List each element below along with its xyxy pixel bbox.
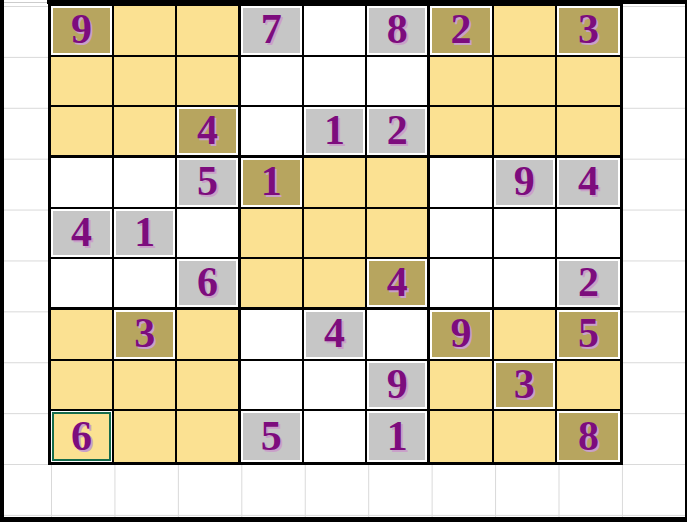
highlight-block-yellow xyxy=(304,209,365,258)
frame-notch-gridline xyxy=(4,2,47,3)
cell-r3c4[interactable] xyxy=(241,107,304,158)
cell-r2c6[interactable] xyxy=(367,57,430,108)
empty-block xyxy=(114,259,175,307)
digit: 1 xyxy=(134,211,155,253)
cell-r9c3[interactable] xyxy=(177,411,240,462)
given-block-gray: 2 xyxy=(369,109,425,153)
digit: 6 xyxy=(71,415,92,457)
given-block-olive: 4 xyxy=(369,261,425,305)
empty-block xyxy=(430,158,491,207)
cell-r1c6[interactable]: 8 xyxy=(367,6,430,57)
highlight-block-yellow xyxy=(51,107,112,155)
given-block-gray: 8 xyxy=(369,8,425,53)
cell-r8c5[interactable] xyxy=(304,361,367,412)
spreadsheet-canvas: 978234125194416423495936518 xyxy=(0,0,687,522)
cell-r2c3[interactable] xyxy=(177,57,240,108)
highlight-block-yellow xyxy=(177,411,237,462)
highlight-block-yellow xyxy=(557,361,620,410)
highlight-block-yellow xyxy=(557,57,620,106)
cell-r4c5[interactable] xyxy=(304,158,367,209)
empty-block xyxy=(367,57,427,106)
cell-r6c1[interactable] xyxy=(51,259,114,310)
digit: 1 xyxy=(324,109,345,151)
cell-r8c6[interactable]: 9 xyxy=(367,361,430,412)
digit: 4 xyxy=(387,261,408,303)
highlight-block-yellow xyxy=(304,158,365,207)
cell-r3c9[interactable] xyxy=(557,107,620,158)
cell-r3c3[interactable]: 4 xyxy=(177,107,240,158)
highlight-block-yellow xyxy=(430,107,491,155)
highlight-block-yellow xyxy=(177,57,237,106)
highlight-block-yellow xyxy=(430,361,491,410)
cell-r7c8[interactable] xyxy=(494,310,557,361)
cell-r5c1[interactable]: 4 xyxy=(51,209,114,260)
empty-block xyxy=(177,209,237,258)
cell-r6c2[interactable] xyxy=(114,259,177,310)
cell-r6c9[interactable]: 2 xyxy=(557,259,620,310)
empty-block xyxy=(304,57,365,106)
cell-r8c9[interactable] xyxy=(557,361,620,412)
given-block-olive: 9 xyxy=(432,312,489,357)
empty-block xyxy=(367,310,427,359)
cell-r2c9[interactable] xyxy=(557,57,620,108)
cell-r7c9[interactable]: 5 xyxy=(557,310,620,361)
selected-cell-block: 6 xyxy=(52,412,111,461)
cell-r1c1[interactable]: 9 xyxy=(51,6,114,57)
digit: 5 xyxy=(578,312,599,354)
highlight-block-yellow xyxy=(494,310,555,359)
cell-r5c6[interactable] xyxy=(367,209,430,260)
digit: 2 xyxy=(450,8,471,50)
given-block-gray: 7 xyxy=(243,8,300,53)
digit: 8 xyxy=(578,415,599,457)
highlight-block-yellow xyxy=(177,310,237,359)
cell-r1c4[interactable]: 7 xyxy=(241,6,304,57)
highlight-block-yellow xyxy=(494,411,555,462)
given-block-olive: 9 xyxy=(53,8,110,53)
highlight-block-yellow xyxy=(430,411,491,462)
cell-r2c5[interactable] xyxy=(304,57,367,108)
empty-block xyxy=(430,209,491,258)
cell-r1c3[interactable] xyxy=(177,6,240,57)
highlight-block-yellow xyxy=(114,411,175,462)
empty-block xyxy=(304,411,365,462)
cell-r4c2[interactable] xyxy=(114,158,177,209)
cell-r9c5[interactable] xyxy=(304,411,367,462)
cell-r5c7[interactable] xyxy=(430,209,493,260)
empty-block xyxy=(430,259,491,307)
cell-r3c5[interactable]: 1 xyxy=(304,107,367,158)
cell-r6c8[interactable] xyxy=(494,259,557,310)
digit: 9 xyxy=(450,312,471,354)
cell-r4c9[interactable]: 4 xyxy=(557,158,620,209)
cell-r5c3[interactable] xyxy=(177,209,240,260)
cell-r3c6[interactable]: 2 xyxy=(367,107,430,158)
frame-bottom-border xyxy=(0,517,687,522)
cell-r5c4[interactable] xyxy=(241,209,304,260)
highlight-block-yellow xyxy=(177,6,237,55)
highlight-block-yellow xyxy=(114,6,175,55)
cell-r8c8[interactable]: 3 xyxy=(494,361,557,412)
given-block-gray: 6 xyxy=(179,261,235,305)
cell-r7c5[interactable]: 4 xyxy=(304,310,367,361)
digit: 4 xyxy=(197,109,218,151)
cell-r6c7[interactable] xyxy=(430,259,493,310)
empty-block xyxy=(494,209,555,258)
given-block-gray: 4 xyxy=(53,211,110,256)
digit: 1 xyxy=(387,415,408,457)
empty-block xyxy=(241,107,302,155)
given-block-gray: 5 xyxy=(179,160,235,205)
cell-r8c4[interactable] xyxy=(241,361,304,412)
empty-block xyxy=(304,361,365,410)
empty-block xyxy=(241,310,302,359)
digit: 5 xyxy=(197,160,218,202)
cell-r4c8[interactable]: 9 xyxy=(494,158,557,209)
given-block-olive: 3 xyxy=(116,312,173,357)
cell-r7c3[interactable] xyxy=(177,310,240,361)
given-block-olive: 4 xyxy=(179,109,235,153)
digit: 8 xyxy=(387,8,408,50)
cell-r9c8[interactable] xyxy=(494,411,557,462)
empty-block xyxy=(51,259,112,307)
given-block-gray: 5 xyxy=(243,413,300,460)
empty-block xyxy=(241,57,302,106)
highlight-block-yellow xyxy=(114,361,175,410)
given-block-olive: 5 xyxy=(559,312,618,357)
highlight-block-yellow xyxy=(494,6,555,55)
digit: 9 xyxy=(514,160,535,202)
digit: 3 xyxy=(514,363,535,405)
cell-r6c6[interactable]: 4 xyxy=(367,259,430,310)
digit: 6 xyxy=(197,261,218,303)
cell-r2c8[interactable] xyxy=(494,57,557,108)
given-block-gray: 9 xyxy=(369,363,425,408)
highlight-block-yellow xyxy=(51,361,112,410)
given-block-olive: 3 xyxy=(559,8,618,53)
cell-r2c4[interactable] xyxy=(241,57,304,108)
frame-left-border xyxy=(0,0,4,522)
cell-r5c2[interactable]: 1 xyxy=(114,209,177,260)
given-block-gray: 2 xyxy=(559,261,618,305)
given-block-olive: 8 xyxy=(559,413,618,460)
given-block-gray: 4 xyxy=(559,160,618,205)
cell-r1c5[interactable] xyxy=(304,6,367,57)
cell-r1c8[interactable] xyxy=(494,6,557,57)
cell-r6c4[interactable] xyxy=(241,259,304,310)
digit: 4 xyxy=(71,211,92,253)
highlight-block-yellow xyxy=(241,209,302,258)
cell-r4c1[interactable] xyxy=(51,158,114,209)
cell-r8c3[interactable] xyxy=(177,361,240,412)
cell-r6c5[interactable] xyxy=(304,259,367,310)
cell-r4c4[interactable]: 1 xyxy=(241,158,304,209)
cell-r1c7[interactable]: 2 xyxy=(430,6,493,57)
highlight-block-yellow xyxy=(51,310,112,359)
highlight-block-yellow xyxy=(114,57,175,106)
cell-r8c7[interactable] xyxy=(430,361,493,412)
cell-r9c1[interactable]: 6 xyxy=(51,411,114,462)
cell-r9c6[interactable]: 1 xyxy=(367,411,430,462)
cell-r8c2[interactable] xyxy=(114,361,177,412)
highlight-block-yellow xyxy=(494,107,555,155)
cell-r3c2[interactable] xyxy=(114,107,177,158)
highlight-block-yellow xyxy=(241,259,302,307)
cell-r7c2[interactable]: 3 xyxy=(114,310,177,361)
digit: 9 xyxy=(387,363,408,405)
cell-r6c3[interactable]: 6 xyxy=(177,259,240,310)
cell-r5c5[interactable] xyxy=(304,209,367,260)
digit: 2 xyxy=(387,109,408,151)
cell-r1c2[interactable] xyxy=(114,6,177,57)
cell-r4c7[interactable] xyxy=(430,158,493,209)
cell-r1c9[interactable]: 3 xyxy=(557,6,620,57)
given-block-gray: 1 xyxy=(306,109,363,153)
given-block-olive: 2 xyxy=(432,8,489,53)
cell-r2c1[interactable] xyxy=(51,57,114,108)
cell-r7c1[interactable] xyxy=(51,310,114,361)
empty-block xyxy=(114,158,175,207)
digit: 7 xyxy=(261,8,282,50)
digit: 3 xyxy=(134,312,155,354)
highlight-block-yellow xyxy=(367,158,427,207)
cell-r7c4[interactable] xyxy=(241,310,304,361)
digit: 4 xyxy=(578,160,599,202)
cell-r4c6[interactable] xyxy=(367,158,430,209)
empty-block xyxy=(241,361,302,410)
given-block-gray: 9 xyxy=(496,160,553,205)
given-block-gray: 1 xyxy=(369,413,425,460)
digit: 2 xyxy=(578,261,599,303)
cell-r2c7[interactable] xyxy=(430,57,493,108)
empty-block xyxy=(51,158,112,207)
highlight-block-yellow xyxy=(430,57,491,106)
cell-r2c2[interactable] xyxy=(114,57,177,108)
cell-r3c8[interactable] xyxy=(494,107,557,158)
cell-r9c9[interactable]: 8 xyxy=(557,411,620,462)
cell-r5c9[interactable] xyxy=(557,209,620,260)
highlight-block-yellow xyxy=(304,259,365,307)
cell-r9c4[interactable]: 5 xyxy=(241,411,304,462)
highlight-block-yellow xyxy=(51,57,112,106)
digit: 4 xyxy=(324,312,345,354)
given-block-gray: 4 xyxy=(306,312,363,357)
digit: 3 xyxy=(578,8,599,50)
cell-r7c7[interactable]: 9 xyxy=(430,310,493,361)
digit: 5 xyxy=(261,415,282,457)
cell-r7c6[interactable] xyxy=(367,310,430,361)
empty-block xyxy=(494,259,555,307)
cell-r9c7[interactable] xyxy=(430,411,493,462)
highlight-block-yellow xyxy=(367,209,427,258)
sudoku-board: 978234125194416423495936518 xyxy=(48,3,623,465)
highlight-block-yellow xyxy=(557,107,620,155)
cell-r5c8[interactable] xyxy=(494,209,557,260)
cell-r9c2[interactable] xyxy=(114,411,177,462)
cell-r3c7[interactable] xyxy=(430,107,493,158)
given-block-olive: 1 xyxy=(243,160,300,205)
empty-block xyxy=(557,209,620,258)
cell-r4c3[interactable]: 5 xyxy=(177,158,240,209)
digit: 1 xyxy=(261,160,282,202)
given-block-gray: 1 xyxy=(116,211,173,256)
highlight-block-yellow xyxy=(177,361,237,410)
given-block-olive: 3 xyxy=(496,363,553,408)
cell-r8c1[interactable] xyxy=(51,361,114,412)
empty-block xyxy=(304,6,365,55)
highlight-block-yellow xyxy=(114,107,175,155)
digit: 9 xyxy=(71,8,92,50)
highlight-block-yellow xyxy=(494,57,555,106)
cell-r3c1[interactable] xyxy=(51,107,114,158)
